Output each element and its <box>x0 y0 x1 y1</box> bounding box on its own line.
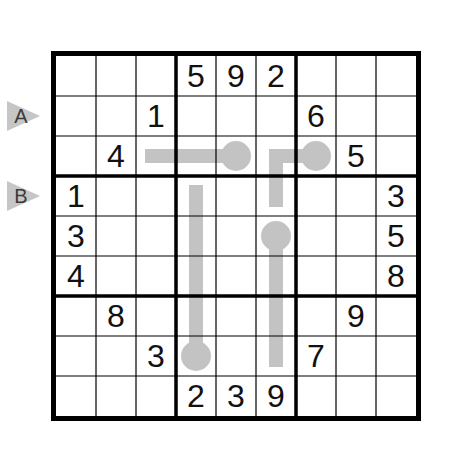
cell-r9c4[interactable]: 2 <box>176 376 216 416</box>
cell-r7c3[interactable] <box>136 296 176 336</box>
cell-r8c6[interactable] <box>256 336 296 376</box>
cell-r8c1[interactable] <box>56 336 96 376</box>
cell-r2c8[interactable] <box>336 96 376 136</box>
row-marker-b: B <box>7 181 49 211</box>
cell-r6c5[interactable] <box>216 256 256 296</box>
cell-r7c8[interactable]: 9 <box>336 296 376 336</box>
cell-r3c5[interactable] <box>216 136 256 176</box>
cell-r2c6[interactable] <box>256 96 296 136</box>
cell-r1c2[interactable] <box>96 56 136 96</box>
cell-r9c1[interactable] <box>56 376 96 416</box>
cell-r6c7[interactable] <box>296 256 336 296</box>
cell-r7c9[interactable] <box>376 296 416 336</box>
cell-r8c9[interactable] <box>376 336 416 376</box>
cell-r6c3[interactable] <box>136 256 176 296</box>
cell-r2c4[interactable] <box>176 96 216 136</box>
cell-r2c3[interactable]: 1 <box>136 96 176 136</box>
cell-r4c7[interactable] <box>296 176 336 216</box>
cell-r9c2[interactable] <box>96 376 136 416</box>
cell-r1c4[interactable]: 5 <box>176 56 216 96</box>
cell-r4c4[interactable] <box>176 176 216 216</box>
cell-r8c3[interactable]: 3 <box>136 336 176 376</box>
marker-label-a: A <box>11 101 31 131</box>
cell-r1c1[interactable] <box>56 56 96 96</box>
cell-r6c4[interactable] <box>176 256 216 296</box>
cell-r2c5[interactable] <box>216 96 256 136</box>
cell-r7c4[interactable] <box>176 296 216 336</box>
cell-r2c7[interactable]: 6 <box>296 96 336 136</box>
cell-r5c2[interactable] <box>96 216 136 256</box>
cell-r9c6[interactable]: 9 <box>256 376 296 416</box>
sudoku-board: 59216451335488937239 <box>51 51 421 421</box>
cell-r3c3[interactable] <box>136 136 176 176</box>
cell-r4c6[interactable] <box>256 176 296 216</box>
cell-r3c4[interactable] <box>176 136 216 176</box>
cell-r8c7[interactable]: 7 <box>296 336 336 376</box>
cell-r4c3[interactable] <box>136 176 176 216</box>
cell-r7c2[interactable]: 8 <box>96 296 136 336</box>
cell-r8c2[interactable] <box>96 336 136 376</box>
cell-r4c8[interactable] <box>336 176 376 216</box>
cell-r1c8[interactable] <box>336 56 376 96</box>
cell-r7c1[interactable] <box>56 296 96 336</box>
cell-r8c4[interactable] <box>176 336 216 376</box>
cell-r3c7[interactable] <box>296 136 336 176</box>
cell-r1c7[interactable] <box>296 56 336 96</box>
cell-r4c1[interactable]: 1 <box>56 176 96 216</box>
cell-r9c5[interactable]: 3 <box>216 376 256 416</box>
cell-r3c1[interactable] <box>56 136 96 176</box>
cell-r4c9[interactable]: 3 <box>376 176 416 216</box>
cell-r8c8[interactable] <box>336 336 376 376</box>
row-marker-a: A <box>7 101 49 131</box>
cell-r8c5[interactable] <box>216 336 256 376</box>
cell-r6c9[interactable]: 8 <box>376 256 416 296</box>
cell-r7c6[interactable] <box>256 296 296 336</box>
cell-r5c3[interactable] <box>136 216 176 256</box>
cell-r5c7[interactable] <box>296 216 336 256</box>
cell-r3c9[interactable] <box>376 136 416 176</box>
cell-r5c1[interactable]: 3 <box>56 216 96 256</box>
cell-r6c6[interactable] <box>256 256 296 296</box>
cell-r1c9[interactable] <box>376 56 416 96</box>
cell-r1c5[interactable]: 9 <box>216 56 256 96</box>
cell-r2c2[interactable] <box>96 96 136 136</box>
cell-r6c2[interactable] <box>96 256 136 296</box>
puzzle-canvas: A B 59216451335488937239 <box>0 0 475 474</box>
cell-r9c8[interactable] <box>336 376 376 416</box>
cell-r9c9[interactable] <box>376 376 416 416</box>
cell-r6c1[interactable]: 4 <box>56 256 96 296</box>
cell-r4c2[interactable] <box>96 176 136 216</box>
cell-r7c5[interactable] <box>216 296 256 336</box>
cell-r9c7[interactable] <box>296 376 336 416</box>
cell-r3c8[interactable]: 5 <box>336 136 376 176</box>
cell-r1c3[interactable] <box>136 56 176 96</box>
cell-r3c6[interactable] <box>256 136 296 176</box>
cell-r5c6[interactable] <box>256 216 296 256</box>
cell-r5c4[interactable] <box>176 216 216 256</box>
cell-r7c7[interactable] <box>296 296 336 336</box>
cell-r5c9[interactable]: 5 <box>376 216 416 256</box>
cell-r5c5[interactable] <box>216 216 256 256</box>
cell-r9c3[interactable] <box>136 376 176 416</box>
cell-r4c5[interactable] <box>216 176 256 216</box>
cell-r2c1[interactable] <box>56 96 96 136</box>
cell-r2c9[interactable] <box>376 96 416 136</box>
cell-r1c6[interactable]: 2 <box>256 56 296 96</box>
cell-r6c8[interactable] <box>336 256 376 296</box>
marker-label-b: B <box>11 181 31 211</box>
cell-r3c2[interactable]: 4 <box>96 136 136 176</box>
cell-r5c8[interactable] <box>336 216 376 256</box>
cell-grid: 59216451335488937239 <box>56 56 416 416</box>
